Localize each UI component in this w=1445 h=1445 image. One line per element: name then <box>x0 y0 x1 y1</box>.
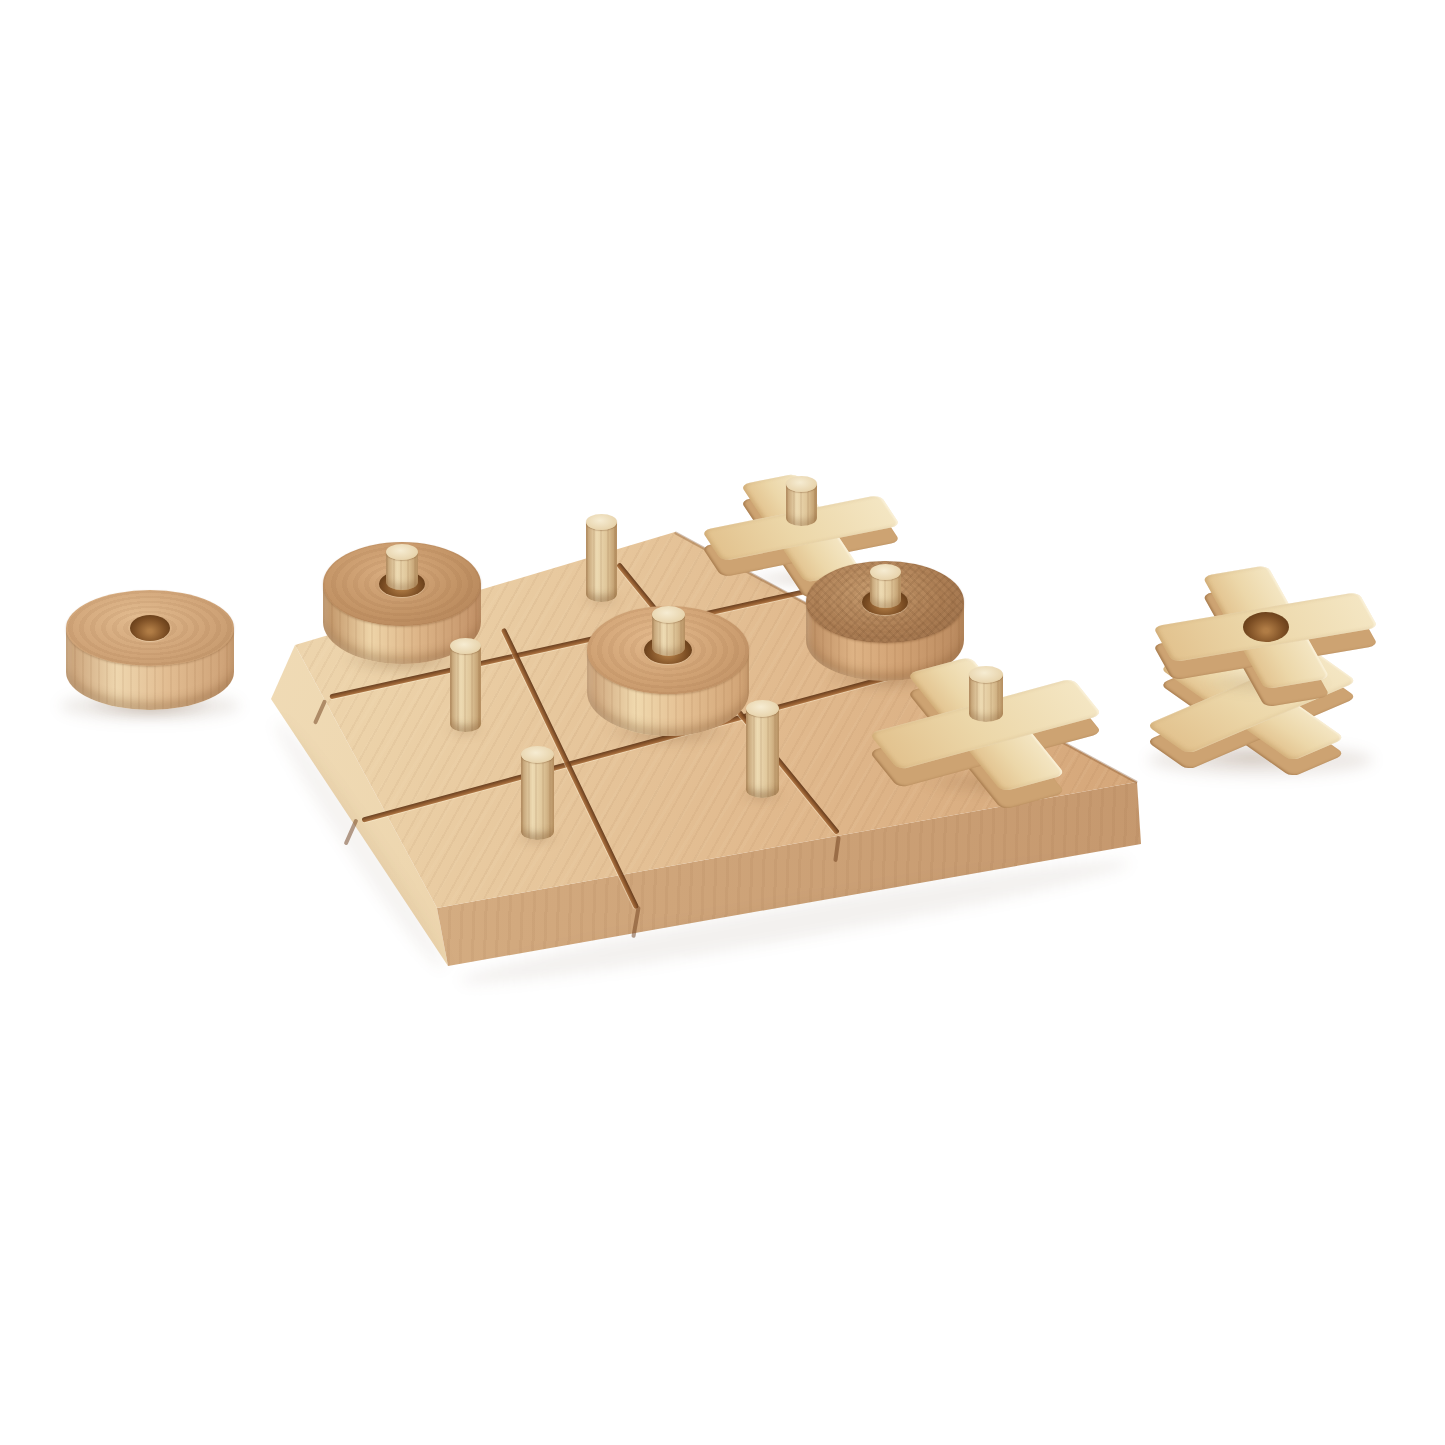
peg-through-piece-o-r2c3[interactable] <box>870 564 901 608</box>
peg-r2c1[interactable] <box>450 638 481 732</box>
shadow-under-board-left <box>265 713 454 976</box>
peg-top <box>586 514 617 530</box>
peg-top <box>870 564 901 580</box>
shadow-under-board-front <box>457 846 1133 998</box>
peg-top <box>521 746 554 763</box>
piece-layer <box>0 0 1445 1445</box>
peg-through-piece-x-r1c3[interactable] <box>786 476 817 526</box>
piece-o-r2c3[interactable] <box>806 561 964 681</box>
peg-top <box>969 666 1003 683</box>
centre-hole <box>130 615 170 641</box>
spare-o-left[interactable] <box>66 590 234 710</box>
peg-r1c2[interactable] <box>586 514 617 602</box>
peg-through-piece-o-r2c2[interactable] <box>652 606 685 656</box>
peg-r3c1[interactable] <box>521 746 554 840</box>
peg-shaft <box>746 709 779 799</box>
peg-r3c2[interactable] <box>746 700 779 798</box>
piece-o-r2c2[interactable] <box>587 606 749 736</box>
peg-top <box>746 700 779 717</box>
peg-top <box>450 638 481 654</box>
contact-shadow <box>436 721 495 740</box>
peg-through-piece-x-r3c3[interactable] <box>969 666 1003 722</box>
peg-top <box>786 476 817 492</box>
photo-canvas <box>0 0 1445 1445</box>
centre-hole <box>1243 612 1289 642</box>
peg-shaft <box>450 646 481 732</box>
contact-shadow <box>731 786 794 806</box>
peg-top <box>386 544 418 560</box>
peg-top <box>652 606 685 623</box>
contact-shadow <box>506 828 569 848</box>
peg-through-piece-o-r1c1[interactable] <box>386 544 418 590</box>
